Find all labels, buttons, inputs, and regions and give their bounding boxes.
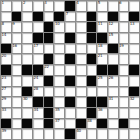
black-cell xyxy=(65,54,75,64)
black-cell xyxy=(87,54,97,64)
cell[interactable] xyxy=(76,108,86,118)
clue-number: 27 xyxy=(2,87,7,91)
cell[interactable] xyxy=(12,54,22,64)
cell[interactable] xyxy=(54,1,64,11)
cell[interactable] xyxy=(33,22,43,32)
cell[interactable]: 7 xyxy=(65,12,75,22)
cell[interactable]: 5 xyxy=(97,1,107,11)
cell[interactable] xyxy=(1,12,11,22)
clue-number: 15 xyxy=(108,33,113,37)
cell[interactable]: 19 xyxy=(119,44,129,54)
cell[interactable] xyxy=(33,1,43,11)
clue-number: 12 xyxy=(108,22,113,26)
cell[interactable] xyxy=(76,12,86,22)
cell[interactable] xyxy=(22,54,32,64)
cell[interactable] xyxy=(119,65,129,75)
black-cell xyxy=(1,119,11,129)
cell[interactable] xyxy=(108,87,118,97)
cell[interactable] xyxy=(54,87,64,97)
cell[interactable]: 27 xyxy=(1,87,11,97)
cell[interactable] xyxy=(76,22,86,32)
cell[interactable] xyxy=(22,12,32,22)
cell[interactable] xyxy=(129,1,139,11)
clue-number: 10 xyxy=(55,22,60,26)
cell[interactable]: 25 xyxy=(97,76,107,86)
cell[interactable] xyxy=(76,65,86,75)
cell[interactable] xyxy=(119,87,129,97)
black-cell xyxy=(87,12,97,22)
clue-number: 21 xyxy=(98,54,103,58)
cell[interactable] xyxy=(76,76,86,86)
cell[interactable] xyxy=(12,1,22,11)
clue-number: 20 xyxy=(2,54,7,58)
cell[interactable]: 2 xyxy=(22,1,32,11)
cell[interactable] xyxy=(129,33,139,43)
black-cell xyxy=(65,97,75,107)
black-cell xyxy=(12,12,22,22)
cell[interactable]: 6 xyxy=(119,1,129,11)
cell[interactable]: 3 xyxy=(44,1,54,11)
clue-number: 11 xyxy=(98,22,103,26)
cell[interactable]: 21 xyxy=(97,54,107,64)
clue-number: 24 xyxy=(34,76,39,80)
cell[interactable]: 10 xyxy=(54,22,64,32)
black-cell xyxy=(108,65,118,75)
cell[interactable] xyxy=(54,33,64,43)
cell[interactable] xyxy=(44,44,54,54)
cell[interactable] xyxy=(12,76,22,86)
cell[interactable] xyxy=(76,97,86,107)
cell[interactable]: 32 xyxy=(129,97,139,107)
cell[interactable] xyxy=(54,54,64,64)
cell[interactable] xyxy=(87,87,97,97)
cell[interactable] xyxy=(97,12,107,22)
black-cell xyxy=(22,65,32,75)
cell[interactable]: 24 xyxy=(33,76,43,86)
clue-number: 37 xyxy=(55,119,60,123)
cell[interactable]: 30 xyxy=(22,97,32,107)
cell[interactable] xyxy=(119,97,129,107)
cell[interactable]: 39 xyxy=(1,129,11,139)
cell[interactable]: 13 xyxy=(129,22,139,32)
clue-number: 23 xyxy=(2,76,7,80)
cell[interactable]: 22 xyxy=(44,65,54,75)
clue-number: 6 xyxy=(119,1,121,5)
cell[interactable]: 14 xyxy=(1,33,11,43)
black-cell xyxy=(97,119,107,129)
clue-number: 9 xyxy=(12,22,14,26)
cell[interactable] xyxy=(54,65,64,75)
cell[interactable] xyxy=(12,33,22,43)
cell[interactable]: 20 xyxy=(1,54,11,64)
black-cell xyxy=(1,65,11,75)
black-cell xyxy=(87,97,97,107)
cell[interactable]: 28 xyxy=(33,87,43,97)
cell[interactable]: 16 xyxy=(12,44,22,54)
black-cell xyxy=(22,87,32,97)
black-cell xyxy=(33,65,43,75)
crossword-grid: 1234567891011121314151617181920212223242… xyxy=(0,0,140,140)
cell[interactable] xyxy=(12,119,22,129)
clue-number: 31 xyxy=(108,97,113,101)
cell[interactable]: 34 xyxy=(33,108,43,118)
clue-number: 33 xyxy=(2,108,7,112)
black-cell xyxy=(87,33,97,43)
cell[interactable] xyxy=(22,129,32,139)
cell[interactable] xyxy=(119,76,129,86)
cell[interactable] xyxy=(22,22,32,32)
cell[interactable] xyxy=(22,33,32,43)
clue-number: 2 xyxy=(23,1,25,5)
black-cell xyxy=(22,119,32,129)
cell[interactable] xyxy=(87,65,97,75)
black-cell xyxy=(87,22,97,32)
cell[interactable]: 23 xyxy=(1,76,11,86)
clue-number: 19 xyxy=(119,44,124,48)
black-cell xyxy=(44,119,54,129)
cell[interactable] xyxy=(129,119,139,129)
cell[interactable] xyxy=(119,33,129,43)
cell[interactable] xyxy=(87,1,97,11)
cell[interactable] xyxy=(119,54,129,64)
black-cell xyxy=(33,33,43,43)
cell[interactable] xyxy=(12,108,22,118)
clue-number: 13 xyxy=(130,22,135,26)
black-cell xyxy=(87,108,97,118)
clue-number: 17 xyxy=(34,44,39,48)
clue-number: 39 xyxy=(2,129,7,133)
black-cell xyxy=(44,108,54,118)
cell[interactable]: 17 xyxy=(33,44,43,54)
cell[interactable] xyxy=(129,54,139,64)
cell[interactable] xyxy=(108,129,118,139)
cell[interactable] xyxy=(44,87,54,97)
cell[interactable]: 36 xyxy=(97,108,107,118)
cell[interactable]: 33 xyxy=(1,108,11,118)
black-cell xyxy=(1,44,11,54)
cell[interactable] xyxy=(76,33,86,43)
clue-number: 38 xyxy=(87,119,92,123)
black-cell xyxy=(108,44,118,54)
clue-number: 34 xyxy=(34,108,39,112)
black-cell xyxy=(87,76,97,86)
clue-number: 28 xyxy=(34,87,39,91)
black-cell xyxy=(54,12,64,22)
cell[interactable] xyxy=(65,44,75,54)
cell[interactable] xyxy=(97,129,107,139)
cell[interactable] xyxy=(33,119,43,129)
clue-number: 40 xyxy=(76,129,81,133)
cell[interactable]: 15 xyxy=(108,33,118,43)
cell[interactable] xyxy=(119,108,129,118)
clue-number: 36 xyxy=(98,108,103,112)
clue-number: 18 xyxy=(98,44,103,48)
cell[interactable] xyxy=(87,129,97,139)
cell[interactable]: 1 xyxy=(1,1,11,11)
cell[interactable]: 37 xyxy=(54,119,64,129)
cell[interactable] xyxy=(108,108,118,118)
cell[interactable]: 12 xyxy=(108,22,118,32)
clue-number: 26 xyxy=(108,76,113,80)
cell[interactable] xyxy=(108,1,118,11)
clue-number: 3 xyxy=(44,1,46,5)
black-cell xyxy=(33,97,43,107)
black-cell xyxy=(44,33,54,43)
clue-number: 32 xyxy=(130,97,135,101)
cell[interactable] xyxy=(108,54,118,64)
cell[interactable]: 40 xyxy=(76,129,86,139)
black-cell xyxy=(44,76,54,86)
clue-number: 16 xyxy=(12,44,17,48)
cell[interactable] xyxy=(12,87,22,97)
black-cell xyxy=(65,1,75,11)
cell[interactable] xyxy=(129,44,139,54)
cell[interactable] xyxy=(119,12,129,22)
black-cell xyxy=(76,119,86,129)
black-cell xyxy=(97,33,107,43)
cell[interactable] xyxy=(129,76,139,86)
black-cell xyxy=(97,65,107,75)
cell[interactable] xyxy=(65,108,75,118)
cell[interactable] xyxy=(22,44,32,54)
black-cell xyxy=(129,87,139,97)
cell[interactable] xyxy=(54,129,64,139)
cell[interactable] xyxy=(12,97,22,107)
cell[interactable] xyxy=(108,119,118,129)
clue-number: 14 xyxy=(2,33,7,37)
black-cell xyxy=(119,119,129,129)
crossword-puzzle: 1234567891011121314151617181920212223242… xyxy=(0,0,140,140)
clue-number: 29 xyxy=(2,97,7,101)
black-cell xyxy=(129,65,139,75)
cell[interactable] xyxy=(65,87,75,97)
black-cell xyxy=(65,129,75,139)
clue-number: 22 xyxy=(44,65,49,69)
cell[interactable] xyxy=(129,129,139,139)
cell[interactable] xyxy=(97,87,107,97)
cell[interactable] xyxy=(12,129,22,139)
cell[interactable] xyxy=(44,129,54,139)
clue-number: 35 xyxy=(55,108,60,112)
cell[interactable] xyxy=(76,87,86,97)
cell[interactable]: 31 xyxy=(108,97,118,107)
cell[interactable] xyxy=(33,54,43,64)
clue-number: 4 xyxy=(76,1,78,5)
cell[interactable] xyxy=(65,65,75,75)
cell[interactable] xyxy=(54,76,64,86)
cell[interactable] xyxy=(22,108,32,118)
cell[interactable] xyxy=(129,108,139,118)
clue-number: 8 xyxy=(2,22,4,26)
cell[interactable]: 11 xyxy=(97,22,107,32)
cell[interactable]: 8 xyxy=(1,22,11,32)
cell[interactable] xyxy=(65,22,75,32)
black-cell xyxy=(33,12,43,22)
clue-number: 7 xyxy=(66,12,68,16)
black-cell xyxy=(108,12,118,22)
cell[interactable]: 18 xyxy=(97,44,107,54)
cell[interactable] xyxy=(22,76,32,86)
cell[interactable] xyxy=(44,12,54,22)
black-cell xyxy=(44,54,54,64)
cell[interactable] xyxy=(76,54,86,64)
cell[interactable] xyxy=(54,97,64,107)
clue-number: 1 xyxy=(2,1,4,5)
cell[interactable] xyxy=(65,119,75,129)
clue-number: 5 xyxy=(98,1,100,5)
cell[interactable] xyxy=(33,129,43,139)
cell[interactable]: 9 xyxy=(12,22,22,32)
black-cell xyxy=(129,12,139,22)
cell[interactable] xyxy=(119,129,129,139)
cell[interactable] xyxy=(76,44,86,54)
black-cell xyxy=(65,33,75,43)
cell[interactable] xyxy=(54,44,64,54)
cell[interactable]: 35 xyxy=(54,108,64,118)
clue-number: 25 xyxy=(98,76,103,80)
cell[interactable]: 29 xyxy=(1,97,11,107)
cell[interactable] xyxy=(87,44,97,54)
cell[interactable]: 38 xyxy=(87,119,97,129)
cell[interactable] xyxy=(119,22,129,32)
black-cell xyxy=(44,97,54,107)
black-cell xyxy=(44,22,54,32)
black-cell xyxy=(97,97,107,107)
cell[interactable] xyxy=(12,65,22,75)
cell[interactable]: 26 xyxy=(108,76,118,86)
black-cell xyxy=(65,76,75,86)
clue-number: 30 xyxy=(23,97,28,101)
cell[interactable]: 4 xyxy=(76,1,86,11)
